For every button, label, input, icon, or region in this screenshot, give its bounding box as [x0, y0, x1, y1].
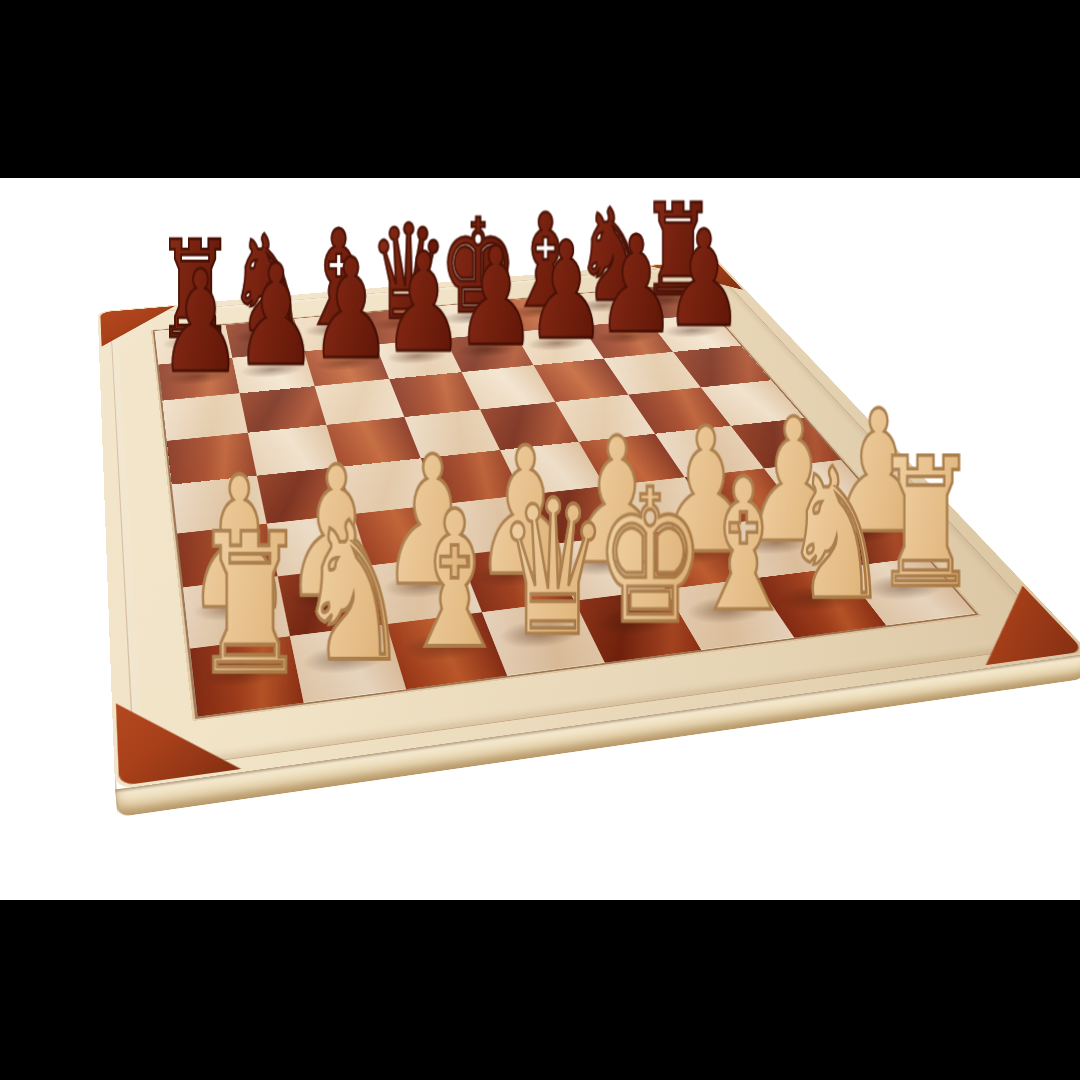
- board-left-edge: [98, 311, 118, 815]
- square-a1: ♜: [190, 636, 303, 717]
- white-rook: ♜: [140, 509, 359, 703]
- playing-area: ♜♞♝♛♚♝♞♜♟♟♟♟♟♟♟♟♟♟♟♟♟♟♟♟♜♞♝♛♚♝♞♜: [155, 285, 976, 717]
- chess-board: ♜♞♝♛♚♝♞♜♟♟♟♟♟♟♟♟♟♟♟♟♟♟♟♟♜♞♝♛♚♝♞♜: [98, 259, 1080, 789]
- red-pawn: ♟: [121, 253, 280, 393]
- square-a6: [162, 393, 247, 440]
- letterbox-bottom: [0, 900, 1080, 1080]
- letterbox-top: [0, 0, 1080, 178]
- product-photo-chess-set: { "game": "chess", "scene": { "descripti…: [0, 0, 1080, 1080]
